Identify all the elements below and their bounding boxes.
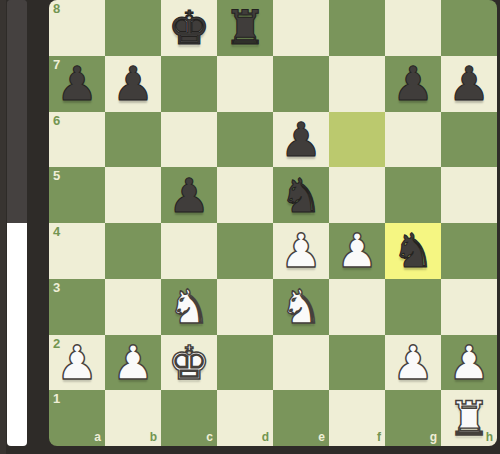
left-panel-edge: [0, 0, 6, 454]
square-c8[interactable]: ♚: [161, 0, 217, 56]
piece-black-king-c8[interactable]: ♚: [161, 0, 217, 56]
square-e7[interactable]: [273, 56, 329, 112]
square-h3[interactable]: [441, 279, 497, 335]
square-e3[interactable]: ♞: [273, 279, 329, 335]
square-a6[interactable]: 6: [49, 112, 105, 168]
square-f8[interactable]: [329, 0, 385, 56]
square-b4[interactable]: [105, 223, 161, 279]
square-a7[interactable]: 7♟: [49, 56, 105, 112]
square-f1[interactable]: f: [329, 390, 385, 446]
square-h4[interactable]: [441, 223, 497, 279]
square-d1[interactable]: d: [217, 390, 273, 446]
file-label-g: g: [430, 431, 437, 443]
piece-black-knight-g4[interactable]: ♞: [385, 223, 441, 279]
square-h7[interactable]: ♟: [441, 56, 497, 112]
square-e2[interactable]: [273, 335, 329, 391]
piece-black-knight-e5[interactable]: ♞: [273, 167, 329, 223]
square-f3[interactable]: [329, 279, 385, 335]
square-g5[interactable]: [385, 167, 441, 223]
square-g8[interactable]: [385, 0, 441, 56]
square-g2[interactable]: ♟: [385, 335, 441, 391]
square-c4[interactable]: [161, 223, 217, 279]
rank-label-3: 3: [53, 281, 60, 294]
file-label-c: c: [206, 431, 213, 443]
square-h2[interactable]: ♟: [441, 335, 497, 391]
square-c6[interactable]: [161, 112, 217, 168]
square-d4[interactable]: [217, 223, 273, 279]
piece-white-pawn-h2[interactable]: ♟: [441, 335, 497, 391]
piece-black-pawn-a7[interactable]: ♟: [49, 56, 105, 112]
file-label-a: a: [94, 431, 101, 443]
piece-black-pawn-c5[interactable]: ♟: [161, 167, 217, 223]
chess-board: 8♚♜7♟♟♟♟6♟5♟♞4♟♟♞3♞♞2♟♟♚♟♟1abcdefgh♜: [49, 0, 497, 446]
square-a4[interactable]: 4: [49, 223, 105, 279]
rank-label-6: 6: [53, 114, 60, 127]
square-b2[interactable]: ♟: [105, 335, 161, 391]
piece-black-pawn-e6[interactable]: ♟: [273, 112, 329, 168]
square-c3[interactable]: ♞: [161, 279, 217, 335]
square-d7[interactable]: [217, 56, 273, 112]
square-b6[interactable]: [105, 112, 161, 168]
square-e5[interactable]: ♞: [273, 167, 329, 223]
square-c1[interactable]: c: [161, 390, 217, 446]
square-d3[interactable]: [217, 279, 273, 335]
file-label-e: e: [318, 431, 325, 443]
square-h1[interactable]: h♜: [441, 390, 497, 446]
piece-white-pawn-b2[interactable]: ♟: [105, 335, 161, 391]
piece-white-pawn-e4[interactable]: ♟: [273, 223, 329, 279]
square-c2[interactable]: ♚: [161, 335, 217, 391]
square-b1[interactable]: b: [105, 390, 161, 446]
square-b5[interactable]: [105, 167, 161, 223]
square-e6[interactable]: ♟: [273, 112, 329, 168]
square-a1[interactable]: 1a: [49, 390, 105, 446]
square-a3[interactable]: 3: [49, 279, 105, 335]
piece-white-pawn-a2[interactable]: ♟: [49, 335, 105, 391]
square-g1[interactable]: g: [385, 390, 441, 446]
file-label-f: f: [377, 431, 381, 443]
rank-label-4: 4: [53, 225, 60, 238]
square-d5[interactable]: [217, 167, 273, 223]
rank-label-5: 5: [53, 169, 60, 182]
square-f6[interactable]: [329, 112, 385, 168]
square-e8[interactable]: [273, 0, 329, 56]
square-g4[interactable]: ♞: [385, 223, 441, 279]
square-g7[interactable]: ♟: [385, 56, 441, 112]
square-d2[interactable]: [217, 335, 273, 391]
square-f5[interactable]: [329, 167, 385, 223]
piece-black-pawn-b7[interactable]: ♟: [105, 56, 161, 112]
square-a2[interactable]: 2♟: [49, 335, 105, 391]
square-f7[interactable]: [329, 56, 385, 112]
square-g6[interactable]: [385, 112, 441, 168]
square-e1[interactable]: e: [273, 390, 329, 446]
piece-white-pawn-g2[interactable]: ♟: [385, 335, 441, 391]
piece-white-pawn-f4[interactable]: ♟: [329, 223, 385, 279]
rank-label-8: 8: [53, 2, 60, 15]
square-h8[interactable]: [441, 0, 497, 56]
piece-black-rook-d8[interactable]: ♜: [217, 0, 273, 56]
square-a8[interactable]: 8: [49, 0, 105, 56]
square-d8[interactable]: ♜: [217, 0, 273, 56]
square-h6[interactable]: [441, 112, 497, 168]
square-d6[interactable]: [217, 112, 273, 168]
piece-black-pawn-h7[interactable]: ♟: [441, 56, 497, 112]
square-g3[interactable]: [385, 279, 441, 335]
square-a5[interactable]: 5: [49, 167, 105, 223]
file-label-d: d: [262, 431, 269, 443]
square-b7[interactable]: ♟: [105, 56, 161, 112]
piece-white-king-c2[interactable]: ♚: [161, 335, 217, 391]
square-b8[interactable]: [105, 0, 161, 56]
piece-black-pawn-g7[interactable]: ♟: [385, 56, 441, 112]
square-e4[interactable]: ♟: [273, 223, 329, 279]
evaluation-bar: [7, 0, 27, 446]
square-f4[interactable]: ♟: [329, 223, 385, 279]
square-c7[interactable]: [161, 56, 217, 112]
evaluation-bar-white-half: [7, 223, 27, 446]
piece-white-knight-c3[interactable]: ♞: [161, 279, 217, 335]
rank-label-1: 1: [53, 392, 60, 405]
piece-white-knight-e3[interactable]: ♞: [273, 279, 329, 335]
evaluation-bar-black-half: [7, 0, 27, 223]
square-b3[interactable]: [105, 279, 161, 335]
square-f2[interactable]: [329, 335, 385, 391]
file-label-b: b: [150, 431, 157, 443]
square-h5[interactable]: [441, 167, 497, 223]
square-c5[interactable]: ♟: [161, 167, 217, 223]
piece-white-rook-h1[interactable]: ♜: [441, 390, 497, 446]
